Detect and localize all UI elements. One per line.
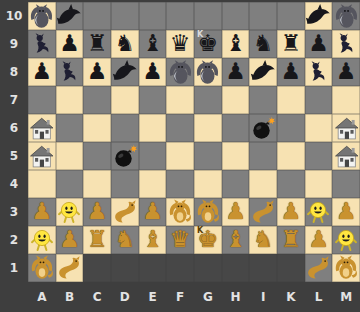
piece-black-knight[interactable]: ♞: [253, 32, 274, 55]
square-h2[interactable]: ♝: [222, 226, 250, 254]
square-b7[interactable]: [56, 86, 84, 114]
square-e9[interactable]: ♝: [139, 30, 167, 58]
square-d9[interactable]: ♞: [111, 30, 139, 58]
piece-house[interactable]: [334, 116, 359, 141]
piece-black-queen[interactable]: ♛: [170, 32, 191, 55]
piece-black-pawn[interactable]: ♟: [59, 32, 80, 55]
piece-black-gargoyle[interactable]: [167, 59, 194, 86]
piece-gold-cat-gremlin[interactable]: [167, 199, 193, 225]
square-d7[interactable]: [111, 86, 139, 114]
square-e8[interactable]: ♟: [139, 58, 167, 86]
file-label-d: D: [111, 282, 139, 312]
piece-gold-smiley[interactable]: [334, 228, 358, 252]
file-label-a: A: [28, 282, 56, 312]
piece-black-bishop[interactable]: ♝: [225, 32, 246, 55]
rank-label-2: 2: [0, 226, 28, 254]
square-g9[interactable]: ♚K: [194, 30, 222, 58]
piece-gold-pawn[interactable]: ♟: [59, 228, 80, 251]
square-i6[interactable]: [249, 114, 277, 142]
piece-black-rook[interactable]: ♜: [281, 32, 302, 55]
square-k1[interactable]: [277, 254, 305, 282]
square-c9[interactable]: ♜: [83, 30, 111, 58]
piece-gold-cat-gremlin[interactable]: [333, 255, 359, 281]
square-l9[interactable]: ♟: [305, 30, 333, 58]
piece-gold-pawn[interactable]: ♟: [142, 200, 163, 223]
board-grid: 109♟♜♞♝♛♚K♝♞♜♟8♟♟♟♟♟♟76543♟♟♟♟♟♟2♟♜♞♝♛♚K…: [0, 0, 360, 312]
square-i4[interactable]: [249, 170, 277, 198]
file-label-g: G: [194, 282, 222, 312]
piece-black-gargoyle[interactable]: [194, 59, 221, 86]
square-k3[interactable]: ♟: [277, 198, 305, 226]
piece-gold-smiley[interactable]: [57, 200, 81, 224]
rank-label-4: 4: [0, 170, 28, 198]
piece-gold-knight[interactable]: ♞: [253, 228, 274, 251]
piece-gold-pawn[interactable]: ♟: [32, 200, 53, 223]
square-l3[interactable]: [305, 198, 333, 226]
piece-black-imp[interactable]: [58, 61, 80, 83]
piece-black-pawn[interactable]: ♟: [225, 60, 246, 83]
piece-black-dolphin[interactable]: [56, 3, 82, 29]
square-g1[interactable]: [194, 254, 222, 282]
square-h4[interactable]: [222, 170, 250, 198]
piece-gold-bishop[interactable]: ♝: [225, 228, 246, 251]
file-label-b: B: [56, 282, 84, 312]
square-g4[interactable]: [194, 170, 222, 198]
file-label-m: M: [332, 282, 360, 312]
piece-black-rook[interactable]: ♜: [87, 32, 108, 55]
square-a6[interactable]: [28, 114, 56, 142]
square-m7[interactable]: [332, 86, 360, 114]
square-m2[interactable]: [332, 226, 360, 254]
square-g3[interactable]: [194, 198, 222, 226]
piece-black-imp[interactable]: [335, 33, 357, 55]
square-l4[interactable]: [305, 170, 333, 198]
square-i5[interactable]: [249, 142, 277, 170]
square-f10[interactable]: [166, 2, 194, 30]
square-b9[interactable]: ♟: [56, 30, 84, 58]
rank-label-6: 6: [0, 114, 28, 142]
piece-gold-smiley[interactable]: [306, 200, 330, 224]
piece-gold-rook[interactable]: ♜: [87, 228, 108, 251]
square-h8[interactable]: ♟: [222, 58, 250, 86]
piece-gold-sea-serpent[interactable]: [305, 255, 331, 281]
square-a5[interactable]: [28, 142, 56, 170]
square-g5[interactable]: [194, 142, 222, 170]
square-d3[interactable]: [111, 198, 139, 226]
square-k6[interactable]: [277, 114, 305, 142]
square-b4[interactable]: [56, 170, 84, 198]
piece-gold-rook[interactable]: ♜: [281, 228, 302, 251]
piece-black-pawn[interactable]: ♟: [32, 60, 53, 83]
square-h10[interactable]: [222, 2, 250, 30]
piece-house[interactable]: [334, 144, 359, 169]
square-m9[interactable]: [332, 30, 360, 58]
piece-black-pawn[interactable]: ♟: [281, 60, 302, 83]
square-k2[interactable]: ♜: [277, 226, 305, 254]
piece-gold-sea-serpent[interactable]: [250, 199, 276, 225]
rank-label-7: 7: [0, 86, 28, 114]
square-f3[interactable]: [166, 198, 194, 226]
square-m3[interactable]: ♟: [332, 198, 360, 226]
square-c3[interactable]: ♟: [83, 198, 111, 226]
piece-black-pawn[interactable]: ♟: [142, 60, 163, 83]
square-i7[interactable]: [249, 86, 277, 114]
square-d1[interactable]: [111, 254, 139, 282]
game-window: 109♟♜♞♝♛♚K♝♞♜♟8♟♟♟♟♟♟76543♟♟♟♟♟♟2♟♜♞♝♛♚K…: [0, 0, 360, 312]
square-h1[interactable]: [222, 254, 250, 282]
piece-bomb[interactable]: [113, 144, 137, 168]
file-label-l: L: [305, 282, 333, 312]
square-h5[interactable]: [222, 142, 250, 170]
square-a4[interactable]: [28, 170, 56, 198]
square-g8[interactable]: [194, 58, 222, 86]
square-c6[interactable]: [83, 114, 111, 142]
rank-label-3: 3: [0, 198, 28, 226]
piece-gold-pawn[interactable]: ♟: [336, 200, 357, 223]
square-e2[interactable]: ♝: [139, 226, 167, 254]
square-a2[interactable]: [28, 226, 56, 254]
piece-black-knight[interactable]: ♞: [115, 32, 136, 55]
file-label-h: H: [222, 282, 250, 312]
square-f7[interactable]: [166, 86, 194, 114]
square-e7[interactable]: [139, 86, 167, 114]
square-a3[interactable]: ♟: [28, 198, 56, 226]
square-e5[interactable]: [139, 142, 167, 170]
piece-gold-bishop[interactable]: ♝: [142, 228, 163, 251]
file-label-f: F: [166, 282, 194, 312]
square-f9[interactable]: ♛: [166, 30, 194, 58]
square-e6[interactable]: [139, 114, 167, 142]
piece-black-pawn[interactable]: ♟: [336, 60, 357, 83]
square-d10[interactable]: [111, 2, 139, 30]
square-a8[interactable]: ♟: [28, 58, 56, 86]
file-label-i: I: [249, 282, 277, 312]
square-k7[interactable]: [277, 86, 305, 114]
file-label-k: K: [277, 282, 305, 312]
square-i3[interactable]: [249, 198, 277, 226]
square-f6[interactable]: [166, 114, 194, 142]
square-i1[interactable]: [249, 254, 277, 282]
square-f1[interactable]: [166, 254, 194, 282]
square-l1[interactable]: [305, 254, 333, 282]
square-a9[interactable]: [28, 30, 56, 58]
square-b3[interactable]: [56, 198, 84, 226]
rank-label-9: 9: [0, 30, 28, 58]
rank-label-5: 5: [0, 142, 28, 170]
piece-black-imp[interactable]: [307, 61, 329, 83]
black-king-k-badge: K: [197, 31, 203, 39]
square-m8[interactable]: ♟: [332, 58, 360, 86]
square-f4[interactable]: [166, 170, 194, 198]
square-b6[interactable]: [56, 114, 84, 142]
board-corner: [0, 282, 28, 312]
square-c5[interactable]: [83, 142, 111, 170]
square-g10[interactable]: [194, 2, 222, 30]
piece-gold-cat-gremlin[interactable]: [195, 199, 221, 225]
piece-gold-sea-serpent[interactable]: [56, 255, 82, 281]
square-l8[interactable]: [305, 58, 333, 86]
square-m5[interactable]: [332, 142, 360, 170]
square-l10[interactable]: [305, 2, 333, 30]
square-c1[interactable]: [83, 254, 111, 282]
square-h7[interactable]: [222, 86, 250, 114]
file-label-e: E: [139, 282, 167, 312]
piece-black-pawn[interactable]: ♟: [308, 32, 329, 55]
square-k5[interactable]: [277, 142, 305, 170]
square-e10[interactable]: [139, 2, 167, 30]
piece-house[interactable]: [29, 116, 54, 141]
square-d5[interactable]: [111, 142, 139, 170]
square-l6[interactable]: [305, 114, 333, 142]
square-b5[interactable]: [56, 142, 84, 170]
piece-bomb[interactable]: [251, 116, 275, 140]
file-label-c: C: [83, 282, 111, 312]
piece-gold-pawn[interactable]: ♟: [308, 228, 329, 251]
square-e4[interactable]: [139, 170, 167, 198]
square-i9[interactable]: ♞: [249, 30, 277, 58]
square-c4[interactable]: [83, 170, 111, 198]
square-c10[interactable]: [83, 2, 111, 30]
square-d4[interactable]: [111, 170, 139, 198]
square-i10[interactable]: [249, 2, 277, 30]
square-f5[interactable]: [166, 142, 194, 170]
square-l2[interactable]: ♟: [305, 226, 333, 254]
square-h9[interactable]: ♝: [222, 30, 250, 58]
square-b8[interactable]: [56, 58, 84, 86]
piece-gold-pawn[interactable]: ♟: [225, 200, 246, 223]
piece-gold-pawn[interactable]: ♟: [87, 200, 108, 223]
piece-gold-cat-gremlin[interactable]: [29, 255, 55, 281]
square-c8[interactable]: ♟: [83, 58, 111, 86]
piece-gold-sea-serpent[interactable]: [112, 199, 138, 225]
piece-black-pawn[interactable]: ♟: [87, 60, 108, 83]
square-k4[interactable]: [277, 170, 305, 198]
square-f2[interactable]: ♛: [166, 226, 194, 254]
piece-gold-smiley[interactable]: [30, 228, 54, 252]
piece-gold-pawn[interactable]: ♟: [281, 200, 302, 223]
square-a7[interactable]: [28, 86, 56, 114]
piece-black-bishop[interactable]: ♝: [142, 32, 163, 55]
piece-house[interactable]: [29, 144, 54, 169]
rank-label-1: 1: [0, 254, 28, 282]
square-i8[interactable]: [249, 58, 277, 86]
square-h6[interactable]: [222, 114, 250, 142]
square-k10[interactable]: [277, 2, 305, 30]
piece-black-imp[interactable]: [31, 33, 53, 55]
square-k8[interactable]: ♟: [277, 58, 305, 86]
square-l5[interactable]: [305, 142, 333, 170]
square-c7[interactable]: [83, 86, 111, 114]
square-e1[interactable]: [139, 254, 167, 282]
square-m10[interactable]: [332, 2, 360, 30]
piece-gold-knight[interactable]: ♞: [115, 228, 136, 251]
square-m4[interactable]: [332, 170, 360, 198]
gold-king-k-badge: K: [197, 227, 203, 235]
piece-black-dolphin[interactable]: [112, 59, 138, 85]
piece-black-gargoyle[interactable]: [28, 3, 55, 30]
piece-black-dolphin[interactable]: [305, 3, 331, 29]
square-e3[interactable]: ♟: [139, 198, 167, 226]
square-b10[interactable]: [56, 2, 84, 30]
square-h3[interactable]: ♟: [222, 198, 250, 226]
square-f8[interactable]: [166, 58, 194, 86]
square-d2[interactable]: ♞: [111, 226, 139, 254]
square-m6[interactable]: [332, 114, 360, 142]
square-a10[interactable]: [28, 2, 56, 30]
rank-label-10: 10: [0, 2, 28, 30]
square-b1[interactable]: [56, 254, 84, 282]
square-l7[interactable]: [305, 86, 333, 114]
rank-label-8: 8: [0, 58, 28, 86]
square-b2[interactable]: ♟: [56, 226, 84, 254]
square-a1[interactable]: [28, 254, 56, 282]
piece-black-dolphin[interactable]: [250, 59, 276, 85]
square-d8[interactable]: [111, 58, 139, 86]
square-g7[interactable]: [194, 86, 222, 114]
square-c2[interactable]: ♜: [83, 226, 111, 254]
square-k9[interactable]: ♜: [277, 30, 305, 58]
square-g6[interactable]: [194, 114, 222, 142]
square-m1[interactable]: [332, 254, 360, 282]
square-d6[interactable]: [111, 114, 139, 142]
square-i2[interactable]: ♞: [249, 226, 277, 254]
piece-gold-queen[interactable]: ♛: [170, 228, 191, 251]
square-g2[interactable]: ♚K: [194, 226, 222, 254]
piece-black-gargoyle[interactable]: [333, 3, 360, 30]
